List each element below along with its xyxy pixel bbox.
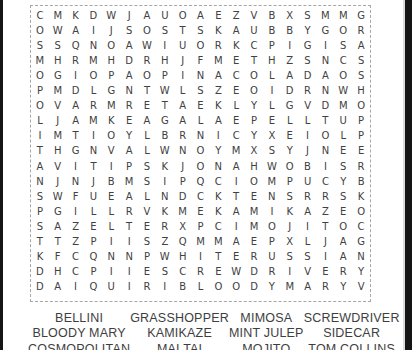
grid-cell-r7c2: V bbox=[49, 99, 67, 114]
grid-cell-r2c12: A bbox=[227, 23, 245, 38]
grid-cell-r4c6: D bbox=[120, 53, 138, 68]
grid-cell-r17c4: Q bbox=[85, 250, 103, 265]
grid-cell-r4c19: S bbox=[352, 53, 370, 68]
grid-cell-r19c8: I bbox=[156, 280, 174, 295]
word-list-item-sidecar: SIDECAR bbox=[304, 326, 400, 341]
grid-cell-r14c15: K bbox=[281, 204, 299, 219]
grid-cell-r7c6: R bbox=[120, 99, 138, 114]
grid-cell-r18c7: E bbox=[138, 265, 156, 280]
grid-cell-r6c9: L bbox=[174, 84, 192, 99]
grid-cell-r19c13: D bbox=[245, 280, 263, 295]
grid-cell-r1c10: A bbox=[192, 8, 210, 23]
grid-cell-r14c11: K bbox=[209, 204, 227, 219]
grid-cell-r11c8: K bbox=[156, 159, 174, 174]
grid-cell-r2c4: I bbox=[85, 23, 103, 38]
grid-cell-r8c1: L bbox=[31, 114, 49, 129]
grid-cell-r4c10: F bbox=[192, 53, 210, 68]
grid-cell-r5c11: A bbox=[209, 68, 227, 83]
grid-cell-r9c11: I bbox=[209, 129, 227, 144]
grid-cell-r18c13: D bbox=[245, 265, 263, 280]
grid-cell-r14c12: A bbox=[227, 204, 245, 219]
grid-cell-r3c18: S bbox=[334, 38, 352, 53]
grid-cell-r17c10: I bbox=[192, 250, 210, 265]
grid-cell-r17c9: H bbox=[174, 250, 192, 265]
grid-cell-r8c18: U bbox=[334, 114, 352, 129]
grid-cell-r1c17: M bbox=[316, 8, 334, 23]
grid-cell-r12c2: J bbox=[49, 174, 67, 189]
grid-cell-r6c6: N bbox=[120, 84, 138, 99]
grid-cell-r11c19: R bbox=[352, 159, 370, 174]
grid-cell-r18c2: H bbox=[49, 265, 67, 280]
word-list-item-cosmopolitan: COSMOPOLITAN bbox=[28, 342, 130, 350]
grid-cell-r9c19: P bbox=[352, 129, 370, 144]
grid-cell-r19c5: U bbox=[102, 280, 120, 295]
grid-cell-r18c15: I bbox=[281, 265, 299, 280]
grid-cell-r6c19: H bbox=[352, 84, 370, 99]
grid-cell-r16c1: T bbox=[31, 235, 49, 250]
grid-cell-r2c17: G bbox=[316, 23, 334, 38]
grid-cell-r8c17: T bbox=[316, 114, 334, 129]
grid-cell-r6c13: O bbox=[245, 84, 263, 99]
grid-cell-r2c11: K bbox=[209, 23, 227, 38]
grid-cell-r13c19: K bbox=[352, 189, 370, 204]
grid-cell-r3c11: R bbox=[209, 38, 227, 53]
grid-cell-r3c15: I bbox=[281, 38, 299, 53]
grid-cell-r9c1: I bbox=[31, 129, 49, 144]
grid-cell-r10c11: Y bbox=[209, 144, 227, 159]
grid-cell-r14c4: L bbox=[85, 204, 103, 219]
grid-cell-r3c19: A bbox=[352, 38, 370, 53]
grid-cell-r13c1: S bbox=[31, 189, 49, 204]
grid-cell-r3c16: G bbox=[299, 38, 317, 53]
grid-cell-r11c12: A bbox=[227, 159, 245, 174]
grid-cell-r10c3: G bbox=[67, 144, 85, 159]
grid-cell-r16c4: P bbox=[85, 235, 103, 250]
grid-cell-r18c12: W bbox=[227, 265, 245, 280]
grid-cell-r3c2: S bbox=[49, 38, 67, 53]
grid-cell-r16c14: P bbox=[263, 235, 281, 250]
grid-cell-r4c13: T bbox=[245, 53, 263, 68]
grid-cell-r19c17: R bbox=[316, 280, 334, 295]
grid-cell-r10c12: M bbox=[227, 144, 245, 159]
grid-cell-r4c7: R bbox=[138, 53, 156, 68]
grid-cell-r12c11: C bbox=[209, 174, 227, 189]
grid-cell-r4c4: M bbox=[85, 53, 103, 68]
grid-cell-r3c7: W bbox=[138, 38, 156, 53]
grid-cell-r7c18: M bbox=[334, 99, 352, 114]
grid-cell-r14c14: I bbox=[263, 204, 281, 219]
grid-cell-r9c18: L bbox=[334, 129, 352, 144]
grid-cell-r9c8: B bbox=[156, 129, 174, 144]
grid-cell-r8c5: K bbox=[102, 114, 120, 129]
word-list-item-kamikaze: KAMIKAZE bbox=[130, 326, 229, 341]
grid-cell-r4c3: R bbox=[67, 53, 85, 68]
grid-cell-r17c2: F bbox=[49, 250, 67, 265]
grid-cell-r11c5: I bbox=[102, 159, 120, 174]
grid-cell-r9c12: C bbox=[227, 129, 245, 144]
grid-cell-r10c17: N bbox=[316, 144, 334, 159]
grid-cell-r12c12: I bbox=[227, 174, 245, 189]
grid-cell-r6c11: Z bbox=[209, 84, 227, 99]
grid-cell-r4c18: C bbox=[334, 53, 352, 68]
grid-cell-r11c13: H bbox=[245, 159, 263, 174]
grid-cell-r17c15: S bbox=[281, 250, 299, 265]
grid-cell-r16c3: Z bbox=[67, 235, 85, 250]
grid-cell-r14c18: E bbox=[334, 204, 352, 219]
word-search-grid: CMKDWJAUOAEZVBXSMMGOWAIJSOSTSKAUBBYGORSS… bbox=[30, 5, 371, 302]
grid-cell-r16c15: X bbox=[281, 235, 299, 250]
grid-cell-r13c9: D bbox=[174, 189, 192, 204]
grid-cell-r2c8: S bbox=[156, 23, 174, 38]
grid-cell-r1c5: W bbox=[102, 8, 120, 23]
grid-cell-r1c8: U bbox=[156, 8, 174, 23]
grid-cell-r8c10: L bbox=[192, 114, 210, 129]
word-list-item-mai-tai: MAI TAI bbox=[130, 342, 229, 350]
grid-cell-r3c9: U bbox=[174, 38, 192, 53]
grid-cell-r13c18: S bbox=[334, 189, 352, 204]
grid-cell-r15c1: S bbox=[31, 219, 49, 234]
grid-cell-r5c4: O bbox=[85, 68, 103, 83]
grid-cell-r17c8: W bbox=[156, 250, 174, 265]
grid-cell-r17c13: R bbox=[245, 250, 263, 265]
grid-cell-r17c6: N bbox=[120, 250, 138, 265]
grid-cell-r19c19: V bbox=[352, 280, 370, 295]
grid-cell-r19c9: B bbox=[174, 280, 192, 295]
grid-cell-r19c15: M bbox=[281, 280, 299, 295]
grid-cell-r8c15: L bbox=[281, 114, 299, 129]
grid-cell-r15c9: X bbox=[174, 219, 192, 234]
grid-cell-r12c6: M bbox=[120, 174, 138, 189]
grid-cell-r13c7: L bbox=[138, 189, 156, 204]
grid-cell-r6c7: T bbox=[138, 84, 156, 99]
grid-cell-r2c6: S bbox=[120, 23, 138, 38]
grid-cell-r5c19: S bbox=[352, 68, 370, 83]
grid-cell-r7c14: L bbox=[263, 99, 281, 114]
grid-cell-r5c3: I bbox=[67, 68, 85, 83]
grid-cell-r8c14: E bbox=[263, 114, 281, 129]
word-list-item-tom-collins: TOM COLLINS bbox=[304, 342, 400, 350]
grid-cell-r13c13: E bbox=[245, 189, 263, 204]
grid-cell-r9c13: Y bbox=[245, 129, 263, 144]
grid-cell-r14c3: I bbox=[67, 204, 85, 219]
grid-cell-r8c8: G bbox=[156, 114, 174, 129]
grid-cell-r11c15: O bbox=[281, 159, 299, 174]
grid-cell-r3c8: I bbox=[156, 38, 174, 53]
grid-cell-r6c5: G bbox=[102, 84, 120, 99]
grid-cell-r19c10: L bbox=[192, 280, 210, 295]
grid-cell-r4c16: S bbox=[299, 53, 317, 68]
grid-cell-r15c13: M bbox=[245, 219, 263, 234]
grid-cell-r14c19: O bbox=[352, 204, 370, 219]
grid-cell-r16c18: A bbox=[334, 235, 352, 250]
grid-cell-r18c11: E bbox=[209, 265, 227, 280]
grid-cell-r8c11: A bbox=[209, 114, 227, 129]
grid-cell-r14c9: M bbox=[174, 204, 192, 219]
grid-cell-r7c5: M bbox=[102, 99, 120, 114]
grid-cell-r3c4: N bbox=[85, 38, 103, 53]
grid-cell-r19c12: O bbox=[227, 280, 245, 295]
grid-cell-r13c3: F bbox=[67, 189, 85, 204]
grid-cell-r10c2: H bbox=[49, 144, 67, 159]
grid-cell-r17c7: P bbox=[138, 250, 156, 265]
grid-cell-r2c2: W bbox=[49, 23, 67, 38]
grid-cell-r8c6: E bbox=[120, 114, 138, 129]
grid-cell-r19c16: A bbox=[299, 280, 317, 295]
grid-cell-r10c9: N bbox=[174, 144, 192, 159]
grid-cell-r19c1: D bbox=[31, 280, 49, 295]
grid-cell-r5c7: O bbox=[138, 68, 156, 83]
grid-cell-r5c18: O bbox=[334, 68, 352, 83]
grid-cell-r5c10: N bbox=[192, 68, 210, 83]
grid-cell-r15c2: A bbox=[49, 219, 67, 234]
grid-cell-r4c11: M bbox=[209, 53, 227, 68]
grid-cell-r4c9: J bbox=[174, 53, 192, 68]
grid-cell-r18c16: V bbox=[299, 265, 317, 280]
grid-cell-r5c8: P bbox=[156, 68, 174, 83]
grid-cell-r1c3: K bbox=[67, 8, 85, 23]
grid-cell-r16c16: L bbox=[299, 235, 317, 250]
grid-cell-r13c12: T bbox=[227, 189, 245, 204]
grid-cell-r11c9: J bbox=[174, 159, 192, 174]
grid-cell-r2c13: U bbox=[245, 23, 263, 38]
grid-cell-r12c3: N bbox=[67, 174, 85, 189]
grid-cell-r5c1: O bbox=[31, 68, 49, 83]
grid-cell-r16c2: T bbox=[49, 235, 67, 250]
grid-cell-r17c18: A bbox=[334, 250, 352, 265]
grid-cell-r9c9: R bbox=[174, 129, 192, 144]
grid-cell-r13c16: R bbox=[299, 189, 317, 204]
grid-cell-r13c11: K bbox=[209, 189, 227, 204]
grid-cell-r8c13: P bbox=[245, 114, 263, 129]
grid-cell-r8c4: M bbox=[85, 114, 103, 129]
grid-cell-r1c12: Z bbox=[227, 8, 245, 23]
grid-cell-r7c13: Y bbox=[245, 99, 263, 114]
grid-cell-r7c15: G bbox=[281, 99, 299, 114]
grid-cell-r8c19: P bbox=[352, 114, 370, 129]
grid-cell-r12c14: M bbox=[263, 174, 281, 189]
grid-cell-r6c14: I bbox=[263, 84, 281, 99]
grid-cell-r16c7: S bbox=[138, 235, 156, 250]
grid-cell-r12c5: B bbox=[102, 174, 120, 189]
grid-cell-r17c11: T bbox=[209, 250, 227, 265]
grid-cell-r14c2: G bbox=[49, 204, 67, 219]
grid-cell-r11c4: T bbox=[85, 159, 103, 174]
grid-cell-r5c6: A bbox=[120, 68, 138, 83]
grid-cell-r1c7: A bbox=[138, 8, 156, 23]
grid-cell-r4c15: Z bbox=[281, 53, 299, 68]
grid-cell-r7c19: O bbox=[352, 99, 370, 114]
grid-cell-r11c10: O bbox=[192, 159, 210, 174]
grid-cell-r13c6: A bbox=[120, 189, 138, 204]
grid-cell-r2c3: A bbox=[67, 23, 85, 38]
grid-cell-r6c4: L bbox=[85, 84, 103, 99]
grid-cell-r9c15: E bbox=[281, 129, 299, 144]
grid-cell-r16c17: J bbox=[316, 235, 334, 250]
word-list-item-screwdriver: SCREWDRIVER bbox=[304, 311, 400, 326]
grid-cell-r4c17: N bbox=[316, 53, 334, 68]
grid-cell-r3c6: A bbox=[120, 38, 138, 53]
grid-cell-r4c5: H bbox=[102, 53, 120, 68]
grid-cell-r1c4: D bbox=[85, 8, 103, 23]
grid-cell-r5c17: A bbox=[316, 68, 334, 83]
grid-cell-r11c7: S bbox=[138, 159, 156, 174]
grid-cell-r15c11: C bbox=[209, 219, 227, 234]
grid-cell-r9c5: O bbox=[102, 129, 120, 144]
grid-cell-r3c12: K bbox=[227, 38, 245, 53]
grid-cell-r18c14: R bbox=[263, 265, 281, 280]
grid-cell-r15c12: I bbox=[227, 219, 245, 234]
grid-cell-r14c6: R bbox=[120, 204, 138, 219]
grid-cell-r10c8: W bbox=[156, 144, 174, 159]
grid-cell-r16c8: Z bbox=[156, 235, 174, 250]
grid-cell-r9c10: N bbox=[192, 129, 210, 144]
grid-cell-r6c8: W bbox=[156, 84, 174, 99]
grid-cell-r8c12: E bbox=[227, 114, 245, 129]
grid-cell-r1c14: B bbox=[263, 8, 281, 23]
grid-cell-r10c13: X bbox=[245, 144, 263, 159]
grid-cell-r16c13: E bbox=[245, 235, 263, 250]
grid-cell-r10c14: S bbox=[263, 144, 281, 159]
grid-cell-r15c18: O bbox=[334, 219, 352, 234]
grid-cell-r17c5: N bbox=[102, 250, 120, 265]
grid-cell-r3c17: I bbox=[316, 38, 334, 53]
grid-cell-r19c18: Y bbox=[334, 280, 352, 295]
grid-cell-r4c12: E bbox=[227, 53, 245, 68]
grid-cell-r6c18: W bbox=[334, 84, 352, 99]
grid-cell-r4c2: H bbox=[49, 53, 67, 68]
grid-cell-r7c8: T bbox=[156, 99, 174, 114]
grid-cell-r17c17: I bbox=[316, 250, 334, 265]
grid-cell-r11c16: B bbox=[299, 159, 317, 174]
grid-cell-r7c1: O bbox=[31, 99, 49, 114]
grid-cell-r17c16: S bbox=[299, 250, 317, 265]
grid-cell-r5c16: D bbox=[299, 68, 317, 83]
grid-cell-r16c11: M bbox=[209, 235, 227, 250]
grid-cell-r1c19: G bbox=[352, 8, 370, 23]
grid-cell-r14c13: M bbox=[245, 204, 263, 219]
grid-cell-r15c10: P bbox=[192, 219, 210, 234]
grid-cell-r6c10: S bbox=[192, 84, 210, 99]
grid-cell-r15c19: C bbox=[352, 219, 370, 234]
grid-cell-r2c10: S bbox=[192, 23, 210, 38]
grid-cell-r2c16: Y bbox=[299, 23, 317, 38]
grid-cell-r7c16: V bbox=[299, 99, 317, 114]
grid-cell-r17c14: U bbox=[263, 250, 281, 265]
grid-cell-r1c13: V bbox=[245, 8, 263, 23]
word-list-item-bellini: BELLINI bbox=[28, 311, 130, 326]
grid-cell-r12c13: O bbox=[245, 174, 263, 189]
grid-cell-r15c17: T bbox=[316, 219, 334, 234]
grid-cell-r14c7: V bbox=[138, 204, 156, 219]
grid-cell-r12c7: S bbox=[138, 174, 156, 189]
word-list-item-bloody-mary: BLOODY MARY bbox=[28, 326, 130, 341]
grid-cell-r5c15: A bbox=[281, 68, 299, 83]
grid-cell-r18c5: I bbox=[102, 265, 120, 280]
grid-cell-r14c8: K bbox=[156, 204, 174, 219]
grid-cell-r19c7: R bbox=[138, 280, 156, 295]
grid-cell-r4c1: M bbox=[31, 53, 49, 68]
grid-cell-r7c9: A bbox=[174, 99, 192, 114]
grid-cell-r12c15: P bbox=[281, 174, 299, 189]
grid-cell-r9c16: I bbox=[299, 129, 317, 144]
grid-cell-r19c3: I bbox=[67, 280, 85, 295]
grid-cell-r1c2: M bbox=[49, 8, 67, 23]
word-list-item-grasshopper: GRASSHOPPER bbox=[130, 311, 229, 326]
grid-cell-r1c15: X bbox=[281, 8, 299, 23]
grid-cell-r19c4: Q bbox=[85, 280, 103, 295]
grid-cell-r2c18: O bbox=[334, 23, 352, 38]
grid-cell-r10c7: L bbox=[138, 144, 156, 159]
grid-cell-r12c17: C bbox=[316, 174, 334, 189]
grid-cell-r2c9: T bbox=[174, 23, 192, 38]
grid-cell-r11c17: I bbox=[316, 159, 334, 174]
grid-cell-r13c4: U bbox=[85, 189, 103, 204]
grid-cell-r1c6: J bbox=[120, 8, 138, 23]
grid-cell-r2c5: J bbox=[102, 23, 120, 38]
grid-cell-r8c3: A bbox=[67, 114, 85, 129]
grid-cell-r6c15: D bbox=[281, 84, 299, 99]
grid-cell-r16c10: M bbox=[192, 235, 210, 250]
grid-cell-r11c14: W bbox=[263, 159, 281, 174]
grid-cell-r13c17: R bbox=[316, 189, 334, 204]
grid-cell-r15c14: O bbox=[263, 219, 281, 234]
grid-cell-r12c10: Q bbox=[192, 174, 210, 189]
grid-cell-r5c12: C bbox=[227, 68, 245, 83]
grid-cell-r13c2: W bbox=[49, 189, 67, 204]
word-list-item-mint-julep: MINT JULEP bbox=[229, 326, 304, 341]
grid-cell-r16c12: A bbox=[227, 235, 245, 250]
grid-cell-r14c10: E bbox=[192, 204, 210, 219]
grid-cell-r15c3: Z bbox=[67, 219, 85, 234]
grid-cell-r15c16: I bbox=[299, 219, 317, 234]
grid-cell-r16c19: G bbox=[352, 235, 370, 250]
grid-cell-r11c18: S bbox=[334, 159, 352, 174]
grid-cell-r18c9: C bbox=[174, 265, 192, 280]
grid-cell-r1c18: M bbox=[334, 8, 352, 23]
grid-cell-r18c10: R bbox=[192, 265, 210, 280]
grid-cell-r15c4: E bbox=[85, 219, 103, 234]
viewer-frame-right bbox=[405, 0, 412, 350]
grid-cell-r8c16: L bbox=[299, 114, 317, 129]
grid-cell-r13c5: E bbox=[102, 189, 120, 204]
grid-cell-r2c15: B bbox=[281, 23, 299, 38]
grid-cell-r3c3: Q bbox=[67, 38, 85, 53]
grid-cell-r6c16: R bbox=[299, 84, 317, 99]
grid-cell-r9c6: Y bbox=[120, 129, 138, 144]
grid-cell-r7c3: A bbox=[67, 99, 85, 114]
grid-cell-r3c5: O bbox=[102, 38, 120, 53]
grid-cell-r19c14: Y bbox=[263, 280, 281, 295]
word-list: BELLINIBLOODY MARYCOSMOPOLITANGRASSHOPPE… bbox=[28, 311, 378, 350]
grid-cell-r3c14: P bbox=[263, 38, 281, 53]
grid-cell-r9c2: M bbox=[49, 129, 67, 144]
grid-cell-r18c3: C bbox=[67, 265, 85, 280]
grid-cell-r19c6: I bbox=[120, 280, 138, 295]
grid-cell-r13c14: N bbox=[263, 189, 281, 204]
grid-cell-r5c13: O bbox=[245, 68, 263, 83]
grid-cell-r5c14: L bbox=[263, 68, 281, 83]
grid-cell-r2c7: O bbox=[138, 23, 156, 38]
grid-cell-r16c9: Q bbox=[174, 235, 192, 250]
grid-cell-r17c1: K bbox=[31, 250, 49, 265]
grid-cell-r10c18: E bbox=[334, 144, 352, 159]
grid-cell-r8c7: A bbox=[138, 114, 156, 129]
grid-cell-r7c10: E bbox=[192, 99, 210, 114]
grid-cell-r7c11: K bbox=[209, 99, 227, 114]
grid-cell-r1c11: E bbox=[209, 8, 227, 23]
grid-cell-r14c16: A bbox=[299, 204, 317, 219]
grid-cell-r7c7: E bbox=[138, 99, 156, 114]
